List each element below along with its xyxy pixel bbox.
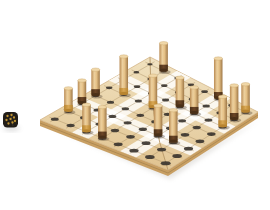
board-space [195, 139, 204, 143]
board-space [147, 63, 153, 65]
die-pip [7, 122, 9, 124]
peg-base [82, 129, 91, 132]
peg-base [154, 133, 163, 136]
peg-base [190, 111, 199, 114]
board-space [67, 124, 75, 127]
board-space [203, 104, 210, 107]
peg-top [190, 86, 199, 89]
peg-top [218, 95, 227, 98]
board-space [126, 135, 135, 139]
peg-top [82, 103, 91, 106]
board-space [161, 161, 171, 165]
peg-top [91, 68, 100, 71]
peg-top [159, 41, 168, 44]
board-space [181, 133, 190, 137]
board-space [133, 71, 139, 73]
board-space [157, 148, 166, 152]
peg-top [176, 76, 185, 79]
board-space [129, 149, 138, 153]
board-space [204, 118, 212, 121]
board-space [107, 101, 114, 104]
die-pip [13, 116, 15, 118]
peg-base [218, 124, 227, 127]
board-space [161, 84, 167, 87]
board-space [193, 126, 201, 129]
peg-top [154, 104, 163, 107]
peg-base [230, 117, 239, 120]
peg-base [159, 69, 168, 72]
peg-base [64, 109, 73, 112]
board-space [178, 119, 186, 122]
board-space [162, 99, 169, 102]
peg-base [91, 93, 100, 96]
board-space [109, 115, 117, 118]
peg-top [230, 84, 239, 87]
peg-top [149, 74, 158, 77]
peg-base [176, 104, 185, 107]
board-space [136, 114, 144, 117]
peg-base [169, 140, 178, 143]
board-space [184, 147, 193, 151]
board-space [201, 90, 208, 93]
die-pip [5, 119, 7, 121]
die-pip [11, 121, 13, 123]
board-game-scene [0, 0, 270, 210]
board-space [142, 141, 151, 145]
board-space [111, 129, 119, 133]
board-space [122, 107, 129, 110]
board-space [135, 100, 142, 103]
board-space [114, 142, 123, 146]
peg-base [98, 135, 107, 138]
product-photo-stage [0, 0, 270, 210]
board-space [124, 121, 132, 124]
peg-top [64, 87, 73, 90]
die-pip [14, 120, 16, 122]
board-space [207, 132, 216, 136]
peg-top [169, 109, 178, 112]
die-pip [6, 115, 8, 117]
die-pip [10, 114, 12, 116]
board-space [145, 155, 155, 159]
board-space [134, 85, 141, 88]
board-space [139, 128, 147, 132]
board-space [51, 118, 59, 121]
die[interactable] [3, 112, 20, 131]
peg-top [241, 83, 250, 86]
peg-top [120, 55, 129, 58]
board-space [106, 86, 113, 89]
peg-top [78, 79, 87, 82]
board-space [172, 154, 182, 158]
die-pip [9, 118, 11, 120]
peg-top [214, 57, 223, 60]
peg-base [120, 92, 129, 95]
peg-base [241, 110, 250, 113]
peg-top [98, 105, 107, 108]
